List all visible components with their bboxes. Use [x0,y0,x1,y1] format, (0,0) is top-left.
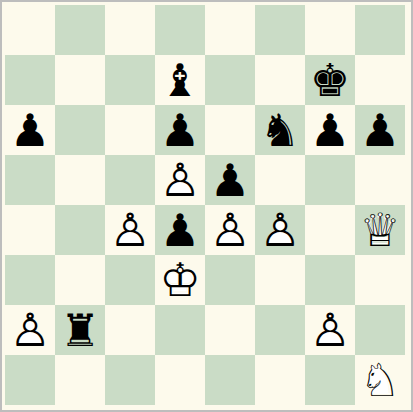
square-d3[interactable]: ♚♔ [155,255,205,305]
square-h2[interactable] [355,305,405,355]
square-b1[interactable] [55,355,105,405]
square-b2[interactable]: ♜ [55,305,105,355]
square-a3[interactable] [5,255,55,305]
square-a5[interactable] [5,155,55,205]
square-e6[interactable] [205,105,255,155]
square-c1[interactable] [105,355,155,405]
square-c6[interactable] [105,105,155,155]
square-h3[interactable] [355,255,405,305]
white-piece-outline: ♙ [305,305,355,355]
square-e5[interactable]: ♟ [205,155,255,205]
black-piece-glyph: ♝ [155,55,205,105]
square-f1[interactable] [255,355,305,405]
black-piece-glyph: ♟ [5,105,55,155]
black-piece-glyph: ♜ [55,305,105,355]
black-piece-glyph: ♞ [255,105,305,155]
square-a6[interactable]: ♟ [5,105,55,155]
black-pawn-piece[interactable]: ♟ [5,105,55,155]
square-h1[interactable]: ♞♘ [355,355,405,405]
white-piece-outline: ♔ [155,255,205,305]
square-a7[interactable] [5,55,55,105]
square-h8[interactable] [355,5,405,55]
square-g6[interactable]: ♟ [305,105,355,155]
square-a2[interactable]: ♟♙ [5,305,55,355]
square-c4[interactable]: ♟♙ [105,205,155,255]
black-piece-glyph: ♟ [155,105,205,155]
white-pawn-piece[interactable]: ♟♙ [255,205,305,255]
white-pawn-piece[interactable]: ♟♙ [5,305,55,355]
square-b3[interactable] [55,255,105,305]
white-king-piece[interactable]: ♚♔ [155,255,205,305]
black-pawn-piece[interactable]: ♟ [355,105,405,155]
white-piece-outline: ♕ [355,205,405,255]
square-g8[interactable] [305,5,355,55]
square-d6[interactable]: ♟ [155,105,205,155]
square-d7[interactable]: ♝ [155,55,205,105]
black-piece-glyph: ♟ [355,105,405,155]
square-g1[interactable] [305,355,355,405]
white-piece-outline: ♙ [205,205,255,255]
square-f8[interactable] [255,5,305,55]
square-f2[interactable] [255,305,305,355]
square-h7[interactable] [355,55,405,105]
black-pawn-piece[interactable]: ♟ [155,205,205,255]
square-b7[interactable] [55,55,105,105]
square-a8[interactable] [5,5,55,55]
square-f4[interactable]: ♟♙ [255,205,305,255]
white-pawn-piece[interactable]: ♟♙ [155,155,205,205]
square-c8[interactable] [105,5,155,55]
square-b4[interactable] [55,205,105,255]
black-piece-glyph: ♚ [305,55,355,105]
white-piece-outline: ♘ [355,355,405,405]
square-g2[interactable]: ♟♙ [305,305,355,355]
black-knight-piece[interactable]: ♞ [255,105,305,155]
white-piece-outline: ♙ [255,205,305,255]
square-d2[interactable] [155,305,205,355]
square-d8[interactable] [155,5,205,55]
black-rook-piece[interactable]: ♜ [55,305,105,355]
square-e4[interactable]: ♟♙ [205,205,255,255]
square-d5[interactable]: ♟♙ [155,155,205,205]
square-c2[interactable] [105,305,155,355]
square-f6[interactable]: ♞ [255,105,305,155]
square-c3[interactable] [105,255,155,305]
black-pawn-piece[interactable]: ♟ [155,105,205,155]
square-e2[interactable] [205,305,255,355]
square-g4[interactable] [305,205,355,255]
black-pawn-piece[interactable]: ♟ [205,155,255,205]
black-bishop-piece[interactable]: ♝ [155,55,205,105]
square-e8[interactable] [205,5,255,55]
chess-board-frame: ♝♚♟♟♞♟♟♟♙♟♟♙♟♟♙♟♙♛♕♚♔♟♙♜♟♙♞♘ [0,0,413,412]
square-f7[interactable] [255,55,305,105]
square-a4[interactable] [5,205,55,255]
square-h5[interactable] [355,155,405,205]
black-king-piece[interactable]: ♚ [305,55,355,105]
white-piece-outline: ♙ [105,205,155,255]
white-pawn-piece[interactable]: ♟♙ [105,205,155,255]
white-knight-piece[interactable]: ♞♘ [355,355,405,405]
white-piece-outline: ♙ [5,305,55,355]
white-pawn-piece[interactable]: ♟♙ [205,205,255,255]
square-g7[interactable]: ♚ [305,55,355,105]
square-c5[interactable] [105,155,155,205]
white-queen-piece[interactable]: ♛♕ [355,205,405,255]
black-piece-glyph: ♟ [205,155,255,205]
square-d1[interactable] [155,355,205,405]
white-piece-outline: ♙ [155,155,205,205]
square-e3[interactable] [205,255,255,305]
square-a1[interactable] [5,355,55,405]
square-b6[interactable] [55,105,105,155]
square-b5[interactable] [55,155,105,205]
square-f5[interactable] [255,155,305,205]
square-e7[interactable] [205,55,255,105]
square-b8[interactable] [55,5,105,55]
square-g3[interactable] [305,255,355,305]
square-d4[interactable]: ♟ [155,205,205,255]
white-pawn-piece[interactable]: ♟♙ [305,305,355,355]
square-g5[interactable] [305,155,355,205]
square-h6[interactable]: ♟ [355,105,405,155]
square-h4[interactable]: ♛♕ [355,205,405,255]
square-f3[interactable] [255,255,305,305]
square-e1[interactable] [205,355,255,405]
black-piece-glyph: ♟ [155,205,205,255]
square-c7[interactable] [105,55,155,105]
chess-board: ♝♚♟♟♞♟♟♟♙♟♟♙♟♟♙♟♙♛♕♚♔♟♙♜♟♙♞♘ [5,5,405,405]
black-piece-glyph: ♟ [305,105,355,155]
black-pawn-piece[interactable]: ♟ [305,105,355,155]
